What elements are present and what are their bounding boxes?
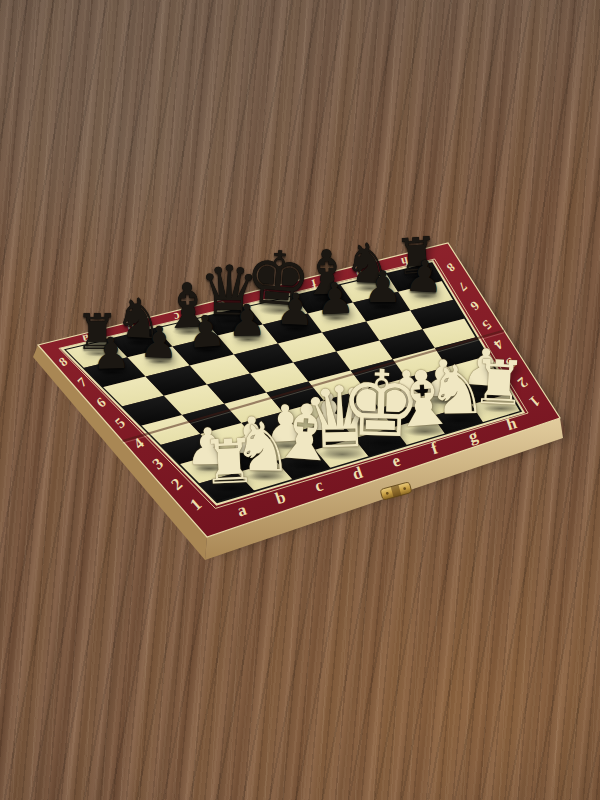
piece-glyph: ♟ (139, 321, 179, 366)
piece-glyph: ♟ (363, 267, 402, 310)
piece-glyph: ♟ (315, 276, 357, 322)
product-photo: aa88bb77cc66dd55ee44ff33gg22hh11 ♜♞♝♛♚♝♞… (0, 0, 600, 800)
piece-glyph: ♟ (403, 254, 445, 300)
piece-glyph: ♜ (470, 351, 527, 414)
piece-glyph: ♟ (274, 288, 315, 333)
piece-glyph: ♟ (91, 332, 131, 377)
piece-glyph: ♟ (227, 299, 267, 343)
piece-glyph: ♟ (185, 309, 227, 355)
